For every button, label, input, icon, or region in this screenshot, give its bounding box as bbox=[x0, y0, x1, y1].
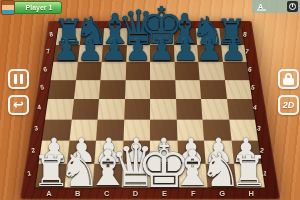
player-name: Player 1 bbox=[26, 4, 53, 11]
clock-icon bbox=[287, 1, 298, 12]
view-2d-label: 2D bbox=[283, 100, 295, 110]
pause-button[interactable] bbox=[8, 69, 29, 89]
square-b4[interactable] bbox=[71, 99, 99, 119]
chess-game-screen: ABCDEFGH8877665544332211 ♜♞♝♛♚♝♞♜♟♟♟♟♟♟♟… bbox=[0, 0, 300, 200]
opponent-bar: A bbox=[252, 0, 300, 13]
square-f5[interactable] bbox=[175, 80, 201, 99]
undo-arrow-icon: ↩ bbox=[13, 98, 24, 111]
square-h4[interactable] bbox=[227, 99, 255, 119]
square-d4[interactable] bbox=[124, 99, 150, 119]
square-a5[interactable] bbox=[48, 80, 76, 99]
piece-black-pawn-h7[interactable]: ♟ bbox=[220, 36, 246, 65]
piece-black-pawn-d7[interactable]: ♟ bbox=[125, 36, 151, 65]
pause-icon bbox=[14, 74, 23, 84]
piece-black-pawn-f7[interactable]: ♟ bbox=[173, 36, 199, 65]
square-h5[interactable] bbox=[224, 80, 252, 99]
player-badge: Player 1 bbox=[8, 1, 62, 14]
square-c4[interactable] bbox=[98, 99, 125, 119]
square-c5[interactable] bbox=[99, 80, 125, 99]
square-a4[interactable] bbox=[45, 99, 73, 119]
lock-button[interactable] bbox=[278, 69, 299, 89]
square-b5[interactable] bbox=[74, 80, 101, 99]
square-g5[interactable] bbox=[200, 80, 227, 99]
square-e5[interactable] bbox=[150, 80, 176, 99]
square-d5[interactable] bbox=[125, 80, 151, 99]
square-e4[interactable] bbox=[150, 99, 176, 119]
opponent-sub-line bbox=[257, 9, 266, 11]
undo-button[interactable]: ↩ bbox=[8, 95, 29, 115]
piece-black-pawn-c7[interactable]: ♟ bbox=[101, 36, 127, 65]
piece-black-pawn-e7[interactable]: ♟ bbox=[149, 36, 175, 65]
view-2d-button[interactable]: 2D bbox=[278, 95, 299, 115]
piece-black-pawn-g7[interactable]: ♟ bbox=[197, 36, 223, 65]
piece-white-rook-h1[interactable]: ♜ bbox=[230, 151, 268, 193]
padlock-icon bbox=[283, 73, 294, 85]
player-avatar-icon bbox=[1, 0, 15, 15]
piece-black-pawn-a7[interactable]: ♟ bbox=[53, 36, 79, 65]
piece-black-pawn-b7[interactable]: ♟ bbox=[77, 36, 103, 65]
square-f4[interactable] bbox=[176, 99, 203, 119]
clock-hand bbox=[292, 4, 293, 7]
square-g4[interactable] bbox=[201, 99, 229, 119]
